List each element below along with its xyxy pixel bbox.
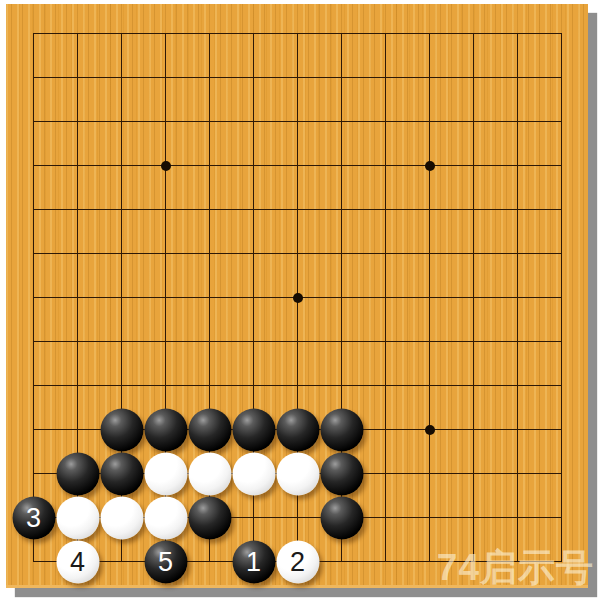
black-stone[interactable]: 1: [232, 540, 275, 583]
board-grid-area: 34512: [33, 33, 562, 562]
black-stone[interactable]: [100, 452, 143, 495]
black-stone[interactable]: [320, 496, 363, 539]
move-number-label: 4: [70, 548, 85, 575]
black-stone[interactable]: [188, 496, 231, 539]
black-stone[interactable]: [144, 408, 187, 451]
black-stone[interactable]: [232, 408, 275, 451]
move-number-label: 2: [290, 548, 305, 575]
black-stone[interactable]: [276, 408, 319, 451]
white-stone[interactable]: [100, 496, 143, 539]
white-stone[interactable]: [144, 496, 187, 539]
star-point: [425, 161, 435, 171]
black-stone[interactable]: [100, 408, 143, 451]
black-stone[interactable]: [56, 452, 99, 495]
black-stone[interactable]: 3: [12, 496, 55, 539]
star-point: [161, 161, 171, 171]
move-number-label: 5: [158, 548, 173, 575]
go-board: 34512: [6, 4, 588, 588]
star-point: [425, 425, 435, 435]
black-stone[interactable]: [320, 452, 363, 495]
white-stone[interactable]: [232, 452, 275, 495]
white-stone[interactable]: [276, 452, 319, 495]
white-stone[interactable]: [56, 496, 99, 539]
white-stone[interactable]: 2: [276, 540, 319, 583]
star-point: [293, 293, 303, 303]
black-stone[interactable]: [188, 408, 231, 451]
black-stone[interactable]: [320, 408, 363, 451]
white-stone[interactable]: [144, 452, 187, 495]
black-stone[interactable]: 5: [144, 540, 187, 583]
page: 34512 74启示号: [0, 0, 600, 600]
move-number-label: 1: [246, 548, 261, 575]
move-number-label: 3: [26, 504, 41, 531]
stones-overlay: 34512: [33, 33, 562, 562]
white-stone[interactable]: [188, 452, 231, 495]
white-stone[interactable]: 4: [56, 540, 99, 583]
